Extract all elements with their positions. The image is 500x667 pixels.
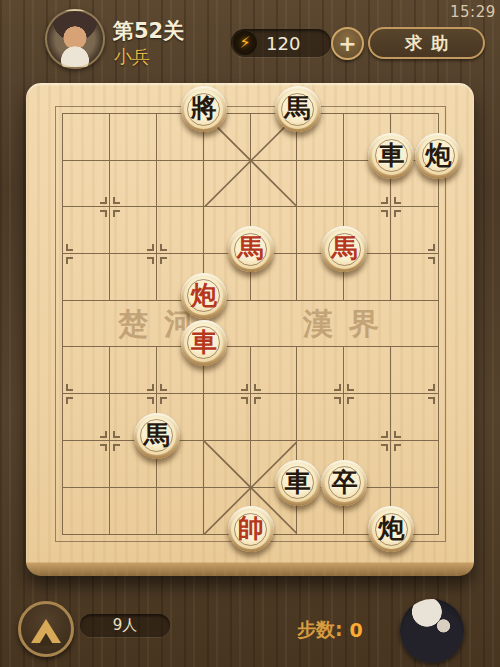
- energy-meter: ⚡ 120: [231, 29, 331, 57]
- player-rank: 小兵: [114, 45, 150, 69]
- add-energy-button[interactable]: +: [331, 27, 364, 60]
- board-cell: [63, 114, 110, 161]
- board-cell: [157, 488, 204, 535]
- board-cell: [157, 161, 204, 208]
- piece-red-馬[interactable]: 馬: [228, 226, 274, 272]
- board-cell: [110, 488, 157, 535]
- opponent-avatar[interactable]: [400, 599, 464, 663]
- board-cell: [110, 114, 157, 161]
- steps-label: 步数:: [297, 617, 343, 643]
- point-marker: [379, 195, 403, 219]
- point-marker: [145, 242, 169, 266]
- point-marker: [332, 382, 356, 406]
- piece-black-馬[interactable]: 馬: [275, 86, 321, 132]
- board-lattice[interactable]: 楚河 漢界 將馬車炮馬馬炮車馬車卒帥炮: [62, 113, 439, 535]
- point-marker: [239, 382, 263, 406]
- piece-red-帥[interactable]: 帥: [228, 506, 274, 552]
- point-marker: [426, 242, 450, 266]
- point-marker: [379, 429, 403, 453]
- point-marker: [145, 382, 169, 406]
- point-marker: [98, 195, 122, 219]
- chevron-up-icon: [30, 617, 62, 643]
- xiangqi-board[interactable]: 楚河 漢界 將馬車炮馬馬炮車馬車卒帥炮: [26, 83, 474, 576]
- piece-red-車[interactable]: 車: [181, 320, 227, 366]
- lightning-icon: ⚡: [233, 31, 257, 55]
- players-count: 9人: [113, 616, 138, 635]
- piece-black-馬[interactable]: 馬: [134, 413, 180, 459]
- piece-black-將[interactable]: 將: [181, 86, 227, 132]
- clock-time: 15:29: [450, 3, 496, 21]
- piece-black-卒[interactable]: 卒: [321, 460, 367, 506]
- level-title: 第52关: [113, 17, 184, 45]
- palace-diagonals: [204, 114, 298, 207]
- board-cell: [391, 301, 438, 348]
- point-marker: [98, 429, 122, 453]
- help-button[interactable]: 求助: [368, 27, 485, 59]
- river-label-right: 漢界: [287, 304, 395, 345]
- piece-red-炮[interactable]: 炮: [181, 273, 227, 319]
- board-cell: [63, 488, 110, 535]
- board-cell: [297, 161, 344, 208]
- energy-value: 120: [266, 33, 300, 54]
- steps-counter: 步数: 0: [297, 617, 363, 643]
- piece-black-車[interactable]: 車: [275, 460, 321, 506]
- point-marker: [51, 242, 75, 266]
- player-avatar[interactable]: [45, 9, 105, 69]
- collapse-button[interactable]: [18, 601, 74, 657]
- piece-black-車[interactable]: 車: [368, 133, 414, 179]
- players-count-badge: 9人: [80, 614, 170, 637]
- piece-black-炮[interactable]: 炮: [368, 506, 414, 552]
- point-marker: [426, 382, 450, 406]
- piece-black-炮[interactable]: 炮: [415, 133, 461, 179]
- point-marker: [51, 382, 75, 406]
- steps-value: 0: [350, 619, 363, 641]
